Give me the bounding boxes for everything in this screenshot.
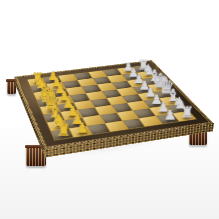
- photo-background: Angled product photo of a metal chess se…: [0, 0, 219, 219]
- chess-board: ♜♞♝♛♚♝♞♜♟♟♟♟♟♟♟♟♟♟♟♟♟♟♟♟♜♞♝♛♚♝♞♜: [15, 60, 214, 148]
- black-pawn: ♟: [154, 109, 186, 123]
- square-a7: ♟: [157, 114, 179, 124]
- white-rook: ♜: [47, 122, 81, 138]
